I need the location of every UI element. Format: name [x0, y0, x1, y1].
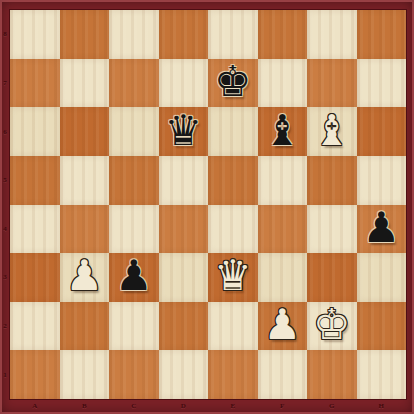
rank-label-6: 6 — [0, 107, 10, 156]
square-b6[interactable] — [60, 107, 110, 156]
file-labels: ABCDEFGH — [10, 399, 406, 412]
square-d8[interactable] — [159, 10, 209, 59]
black-pawn[interactable]: ♟ — [362, 207, 400, 249]
file-label-g: G — [307, 399, 357, 412]
black-pawn[interactable]: ♟ — [115, 255, 153, 297]
square-f2[interactable]: ♟ — [258, 302, 308, 351]
square-g5[interactable] — [307, 156, 357, 205]
square-c7[interactable] — [109, 59, 159, 108]
white-pawn[interactable]: ♟ — [65, 255, 103, 297]
square-f1[interactable] — [258, 350, 308, 399]
square-c4[interactable] — [109, 205, 159, 254]
square-e5[interactable] — [208, 156, 258, 205]
rank-label-8: 8 — [0, 10, 10, 59]
square-b2[interactable] — [60, 302, 110, 351]
square-f8[interactable] — [258, 10, 308, 59]
square-h7[interactable] — [357, 59, 407, 108]
square-f7[interactable] — [258, 59, 308, 108]
file-label-d: D — [159, 399, 209, 412]
black-queen[interactable]: ♛ — [164, 110, 202, 152]
square-a2[interactable] — [10, 302, 60, 351]
square-h8[interactable] — [357, 10, 407, 59]
square-c1[interactable] — [109, 350, 159, 399]
square-b5[interactable] — [60, 156, 110, 205]
white-king[interactable]: ♚ — [313, 304, 351, 346]
square-f5[interactable] — [258, 156, 308, 205]
white-pawn[interactable]: ♟ — [263, 304, 301, 346]
square-g3[interactable] — [307, 253, 357, 302]
square-e3[interactable]: ♛ — [208, 253, 258, 302]
rank-label-2: 2 — [0, 302, 10, 351]
rank-label-5: 5 — [0, 156, 10, 205]
square-a8[interactable] — [10, 10, 60, 59]
square-c3[interactable]: ♟ — [109, 253, 159, 302]
white-queen[interactable]: ♛ — [214, 255, 252, 297]
square-b1[interactable] — [60, 350, 110, 399]
black-king[interactable]: ♚ — [214, 61, 252, 103]
square-d3[interactable] — [159, 253, 209, 302]
rank-label-3: 3 — [0, 253, 10, 302]
square-f3[interactable] — [258, 253, 308, 302]
square-c2[interactable] — [109, 302, 159, 351]
square-a1[interactable] — [10, 350, 60, 399]
file-label-b: B — [60, 399, 110, 412]
square-h4[interactable]: ♟ — [357, 205, 407, 254]
square-h5[interactable] — [357, 156, 407, 205]
square-c5[interactable] — [109, 156, 159, 205]
file-label-f: F — [258, 399, 308, 412]
black-bishop[interactable]: ♝ — [263, 110, 301, 152]
square-a5[interactable] — [10, 156, 60, 205]
square-h1[interactable] — [357, 350, 407, 399]
chess-board-frame: 87654321 ♚♛♝♝♟♟♟♛♟♚ ABCDEFGH — [0, 0, 414, 414]
square-f4[interactable] — [258, 205, 308, 254]
square-d1[interactable] — [159, 350, 209, 399]
square-g4[interactable] — [307, 205, 357, 254]
file-label-e: E — [208, 399, 258, 412]
square-d7[interactable] — [159, 59, 209, 108]
rank-label-4: 4 — [0, 205, 10, 254]
square-g6[interactable]: ♝ — [307, 107, 357, 156]
square-g8[interactable] — [307, 10, 357, 59]
square-d6[interactable]: ♛ — [159, 107, 209, 156]
rank-label-1: 1 — [0, 350, 10, 399]
square-b4[interactable] — [60, 205, 110, 254]
square-a7[interactable] — [10, 59, 60, 108]
file-label-h: H — [357, 399, 407, 412]
square-f6[interactable]: ♝ — [258, 107, 308, 156]
square-d5[interactable] — [159, 156, 209, 205]
square-e4[interactable] — [208, 205, 258, 254]
file-label-c: C — [109, 399, 159, 412]
square-e8[interactable] — [208, 10, 258, 59]
square-b7[interactable] — [60, 59, 110, 108]
square-a6[interactable] — [10, 107, 60, 156]
square-e7[interactable]: ♚ — [208, 59, 258, 108]
square-g2[interactable]: ♚ — [307, 302, 357, 351]
rank-labels: 87654321 — [0, 10, 10, 399]
square-c6[interactable] — [109, 107, 159, 156]
square-g7[interactable] — [307, 59, 357, 108]
square-d4[interactable] — [159, 205, 209, 254]
square-h6[interactable] — [357, 107, 407, 156]
square-h2[interactable] — [357, 302, 407, 351]
square-a4[interactable] — [10, 205, 60, 254]
square-e6[interactable] — [208, 107, 258, 156]
square-e1[interactable] — [208, 350, 258, 399]
rank-label-7: 7 — [0, 59, 10, 108]
square-d2[interactable] — [159, 302, 209, 351]
square-c8[interactable] — [109, 10, 159, 59]
chess-board: ♚♛♝♝♟♟♟♛♟♚ — [10, 10, 406, 399]
square-g1[interactable] — [307, 350, 357, 399]
square-a3[interactable] — [10, 253, 60, 302]
square-h3[interactable] — [357, 253, 407, 302]
square-e2[interactable] — [208, 302, 258, 351]
white-bishop[interactable]: ♝ — [313, 110, 351, 152]
square-b8[interactable] — [60, 10, 110, 59]
square-b3[interactable]: ♟ — [60, 253, 110, 302]
file-label-a: A — [10, 399, 60, 412]
